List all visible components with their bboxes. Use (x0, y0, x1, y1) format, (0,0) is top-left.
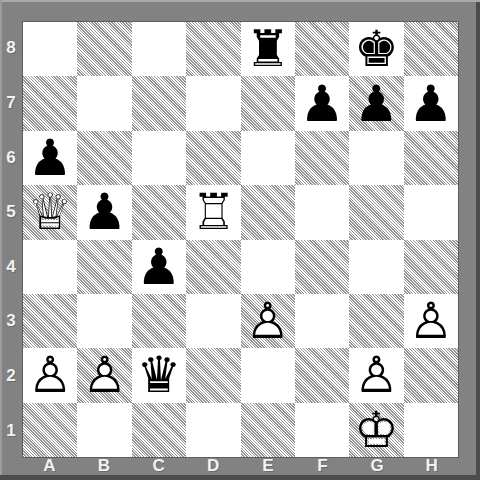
square-f3[interactable] (295, 294, 349, 348)
square-f8[interactable] (295, 22, 349, 76)
rank-label-3: 3 (0, 294, 22, 349)
square-d7[interactable] (186, 76, 240, 130)
square-e2[interactable] (241, 348, 295, 402)
white-pawn-glyph: ♙ (82, 346, 127, 404)
square-a3[interactable] (23, 294, 77, 348)
square-b6[interactable] (77, 131, 131, 185)
square-b3[interactable] (77, 294, 131, 348)
square-e8[interactable]: ♜ (241, 22, 295, 76)
black-rook[interactable]: ♜ (245, 22, 290, 76)
square-h7[interactable]: ♟ (404, 76, 458, 130)
white-pawn-glyph: ♙ (354, 346, 399, 404)
black-pawn[interactable]: ♟ (300, 77, 345, 131)
black-pawn[interactable]: ♟ (354, 77, 399, 131)
square-d1[interactable] (186, 403, 240, 457)
square-f4[interactable] (295, 240, 349, 294)
file-label-h: H (404, 456, 459, 475)
file-label-g: G (350, 456, 405, 475)
square-h3[interactable]: ♟♙ (404, 294, 458, 348)
white-pawn-glyph: ♙ (28, 346, 73, 404)
square-g1[interactable]: ♚♔ (349, 403, 403, 457)
rank-label-6: 6 (0, 130, 22, 185)
square-h2[interactable] (404, 348, 458, 402)
square-g3[interactable] (349, 294, 403, 348)
white-king-glyph: ♔ (354, 401, 399, 459)
square-g5[interactable] (349, 185, 403, 239)
square-g4[interactable] (349, 240, 403, 294)
white-pawn[interactable]: ♟♙ (354, 348, 399, 402)
white-rook[interactable]: ♜♖ (191, 185, 236, 239)
square-a2[interactable]: ♟♙ (23, 348, 77, 402)
square-c5[interactable] (132, 185, 186, 239)
file-label-d: D (186, 456, 241, 475)
square-h1[interactable] (404, 403, 458, 457)
file-label-c: C (131, 456, 186, 475)
white-pawn[interactable]: ♟♙ (245, 294, 290, 348)
square-c8[interactable] (132, 22, 186, 76)
square-f7[interactable]: ♟ (295, 76, 349, 130)
square-d4[interactable] (186, 240, 240, 294)
white-queen-glyph: ♕ (28, 183, 73, 241)
frame-bevel-right (476, 2, 480, 480)
square-c2[interactable]: ♛ (132, 348, 186, 402)
black-pawn[interactable]: ♟ (408, 77, 453, 131)
rank-label-4: 4 (0, 240, 22, 295)
white-pawn[interactable]: ♟♙ (82, 348, 127, 402)
square-a5[interactable]: ♛♕ (23, 185, 77, 239)
square-d2[interactable] (186, 348, 240, 402)
square-h6[interactable] (404, 131, 458, 185)
file-label-a: A (22, 456, 77, 475)
frame-bevel-bottom (0, 475, 480, 480)
square-f1[interactable] (295, 403, 349, 457)
file-label-f: F (295, 456, 350, 475)
file-label-b: B (77, 456, 132, 475)
rank-label-1: 1 (0, 403, 22, 458)
square-c7[interactable] (132, 76, 186, 130)
square-f5[interactable] (295, 185, 349, 239)
file-label-e: E (241, 456, 296, 475)
white-queen[interactable]: ♛♕ (28, 185, 73, 239)
square-a1[interactable] (23, 403, 77, 457)
square-e1[interactable] (241, 403, 295, 457)
square-b2[interactable]: ♟♙ (77, 348, 131, 402)
white-pawn-glyph: ♙ (245, 292, 290, 350)
black-pawn[interactable]: ♟ (82, 185, 127, 239)
square-a6[interactable]: ♟ (23, 131, 77, 185)
rank-labels: 87654321 (0, 21, 22, 458)
black-pawn[interactable]: ♟ (28, 131, 73, 185)
board-frame: ♜♚♟♟♟♟♛♕♟♜♖♟♟♙♟♙♟♙♟♙♛♟♙♚♔ 87654321 ABCDE… (0, 0, 480, 480)
square-a7[interactable] (23, 76, 77, 130)
square-h5[interactable] (404, 185, 458, 239)
chess-board: ♜♚♟♟♟♟♛♕♟♜♖♟♟♙♟♙♟♙♟♙♛♟♙♚♔ (22, 21, 459, 458)
square-b7[interactable] (77, 76, 131, 130)
square-a4[interactable] (23, 240, 77, 294)
white-pawn[interactable]: ♟♙ (408, 294, 453, 348)
square-f6[interactable] (295, 131, 349, 185)
square-c6[interactable] (132, 131, 186, 185)
square-b5[interactable]: ♟ (77, 185, 131, 239)
frame-bevel-top (0, 0, 480, 2)
black-pawn[interactable]: ♟ (137, 240, 182, 294)
square-b8[interactable] (77, 22, 131, 76)
white-king[interactable]: ♚♔ (354, 403, 399, 457)
square-e4[interactable] (241, 240, 295, 294)
square-e3[interactable]: ♟♙ (241, 294, 295, 348)
square-d8[interactable] (186, 22, 240, 76)
square-e7[interactable] (241, 76, 295, 130)
white-rook-glyph: ♖ (191, 183, 236, 241)
square-b4[interactable] (77, 240, 131, 294)
rank-label-8: 8 (0, 21, 22, 76)
square-h4[interactable] (404, 240, 458, 294)
black-queen[interactable]: ♛ (137, 348, 182, 402)
square-h8[interactable] (404, 22, 458, 76)
square-b1[interactable] (77, 403, 131, 457)
square-e5[interactable] (241, 185, 295, 239)
square-d3[interactable] (186, 294, 240, 348)
rank-label-7: 7 (0, 76, 22, 131)
square-e6[interactable] (241, 131, 295, 185)
square-c1[interactable] (132, 403, 186, 457)
square-g6[interactable] (349, 131, 403, 185)
square-g7[interactable]: ♟ (349, 76, 403, 130)
white-pawn[interactable]: ♟♙ (28, 348, 73, 402)
rank-label-2: 2 (0, 349, 22, 404)
file-labels: ABCDEFGH (22, 456, 459, 475)
rank-label-5: 5 (0, 185, 22, 240)
square-g8[interactable]: ♚ (349, 22, 403, 76)
square-f2[interactable] (295, 348, 349, 402)
square-g2[interactable]: ♟♙ (349, 348, 403, 402)
black-king[interactable]: ♚ (354, 22, 399, 76)
square-a8[interactable] (23, 22, 77, 76)
white-pawn-glyph: ♙ (408, 292, 453, 350)
square-d5[interactable]: ♜♖ (186, 185, 240, 239)
square-c4[interactable]: ♟ (132, 240, 186, 294)
square-d6[interactable] (186, 131, 240, 185)
square-c3[interactable] (132, 294, 186, 348)
